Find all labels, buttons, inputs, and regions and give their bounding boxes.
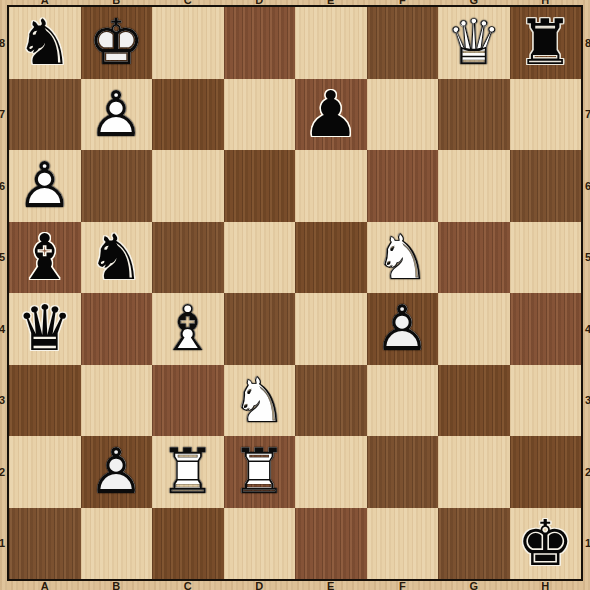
- square-f6[interactable]: [367, 150, 439, 222]
- square-b8[interactable]: ♚♔: [81, 7, 153, 79]
- square-d6[interactable]: [224, 150, 296, 222]
- square-g1[interactable]: [438, 508, 510, 580]
- square-b4[interactable]: [81, 293, 153, 365]
- piece-white-pawn[interactable]: ♟♙: [81, 436, 153, 508]
- square-a2[interactable]: [9, 436, 81, 508]
- file-label-top-b: B: [109, 0, 123, 6]
- square-e5[interactable]: [295, 222, 367, 294]
- piece-black-king[interactable]: ♚: [510, 508, 582, 580]
- white-knight-glyph-outline: ♘: [367, 222, 439, 294]
- rank-label-right-8: 8: [581, 37, 590, 49]
- rank-label-right-3: 3: [581, 394, 590, 406]
- black-rook-glyph: ♜: [510, 7, 582, 79]
- square-h5[interactable]: [510, 222, 582, 294]
- square-f1[interactable]: [367, 508, 439, 580]
- piece-black-queen[interactable]: ♛: [9, 293, 81, 365]
- rank-label-right-7: 7: [581, 108, 590, 120]
- square-e2[interactable]: [295, 436, 367, 508]
- square-a6[interactable]: ♟♙: [9, 150, 81, 222]
- black-knight-glyph: ♞: [81, 222, 153, 294]
- piece-white-pawn[interactable]: ♟♙: [81, 79, 153, 151]
- file-label-top-h: H: [538, 0, 552, 6]
- file-label-bottom-a: A: [38, 580, 52, 590]
- square-e6[interactable]: [295, 150, 367, 222]
- square-a5[interactable]: ♝: [9, 222, 81, 294]
- rank-label-left-1: 1: [0, 537, 9, 549]
- piece-white-queen[interactable]: ♛♕: [438, 7, 510, 79]
- piece-white-rook[interactable]: ♜♖: [152, 436, 224, 508]
- square-d5[interactable]: [224, 222, 296, 294]
- file-label-bottom-h: H: [538, 580, 552, 590]
- square-a4[interactable]: ♛: [9, 293, 81, 365]
- square-e4[interactable]: [295, 293, 367, 365]
- square-c5[interactable]: [152, 222, 224, 294]
- white-king-glyph-outline: ♔: [81, 7, 153, 79]
- file-label-top-d: D: [252, 0, 266, 6]
- square-h6[interactable]: [510, 150, 582, 222]
- rank-label-left-4: 4: [0, 323, 9, 335]
- rank-label-left-8: 8: [0, 37, 9, 49]
- square-e7[interactable]: ♟: [295, 79, 367, 151]
- piece-black-rook[interactable]: ♜: [510, 7, 582, 79]
- square-d8[interactable]: [224, 7, 296, 79]
- square-b7[interactable]: ♟♙: [81, 79, 153, 151]
- square-d1[interactable]: [224, 508, 296, 580]
- file-label-bottom-c: C: [181, 580, 195, 590]
- file-label-top-c: C: [181, 0, 195, 6]
- rank-label-left-2: 2: [0, 466, 9, 478]
- white-rook-glyph-outline: ♖: [224, 436, 296, 508]
- piece-white-knight[interactable]: ♞♘: [367, 222, 439, 294]
- black-queen-glyph: ♛: [9, 293, 81, 365]
- square-a7[interactable]: [9, 79, 81, 151]
- square-b5[interactable]: ♞: [81, 222, 153, 294]
- square-f7[interactable]: [367, 79, 439, 151]
- board-frame: ♞♚♔♛♕♜♟♙♟♟♙♝♞♞♘♛♝♗♟♙♞♘♟♙♜♖♜♖♚: [7, 5, 583, 581]
- file-label-top-f: F: [395, 0, 409, 6]
- square-d3[interactable]: ♞♘: [224, 365, 296, 437]
- square-g5[interactable]: [438, 222, 510, 294]
- square-h4[interactable]: [510, 293, 582, 365]
- file-label-top-g: G: [467, 0, 481, 6]
- black-knight-glyph: ♞: [9, 7, 81, 79]
- square-c4[interactable]: ♝♗: [152, 293, 224, 365]
- rank-label-right-1: 1: [581, 537, 590, 549]
- square-h7[interactable]: [510, 79, 582, 151]
- piece-black-pawn[interactable]: ♟: [295, 79, 367, 151]
- rank-label-right-2: 2: [581, 466, 590, 478]
- square-d2[interactable]: ♜♖: [224, 436, 296, 508]
- square-c3[interactable]: [152, 365, 224, 437]
- square-c8[interactable]: [152, 7, 224, 79]
- piece-black-knight[interactable]: ♞: [9, 7, 81, 79]
- square-e1[interactable]: [295, 508, 367, 580]
- piece-white-bishop[interactable]: ♝♗: [152, 293, 224, 365]
- square-f5[interactable]: ♞♘: [367, 222, 439, 294]
- square-f8[interactable]: [367, 7, 439, 79]
- chessboard-screenshot: ♞♚♔♛♕♜♟♙♟♟♙♝♞♞♘♛♝♗♟♙♞♘♟♙♜♖♜♖♚ AABBCCDDEE…: [0, 0, 590, 590]
- piece-white-knight[interactable]: ♞♘: [224, 365, 296, 437]
- piece-white-king[interactable]: ♚♔: [81, 7, 153, 79]
- black-bishop-glyph: ♝: [9, 222, 81, 294]
- square-c7[interactable]: [152, 79, 224, 151]
- square-e8[interactable]: [295, 7, 367, 79]
- black-pawn-glyph: ♟: [295, 79, 367, 151]
- file-label-top-e: E: [324, 0, 338, 6]
- piece-black-bishop[interactable]: ♝: [9, 222, 81, 294]
- square-b3[interactable]: [81, 365, 153, 437]
- file-label-bottom-g: G: [467, 580, 481, 590]
- white-pawn-glyph-outline: ♙: [9, 150, 81, 222]
- piece-black-knight[interactable]: ♞: [81, 222, 153, 294]
- square-h2[interactable]: [510, 436, 582, 508]
- rank-label-left-3: 3: [0, 394, 9, 406]
- white-queen-glyph-outline: ♕: [438, 7, 510, 79]
- square-g2[interactable]: [438, 436, 510, 508]
- white-pawn-glyph-outline: ♙: [367, 293, 439, 365]
- square-d4[interactable]: [224, 293, 296, 365]
- rank-label-left-7: 7: [0, 108, 9, 120]
- white-knight-glyph-outline: ♘: [224, 365, 296, 437]
- square-d7[interactable]: [224, 79, 296, 151]
- white-rook-glyph-outline: ♖: [152, 436, 224, 508]
- black-king-glyph: ♚: [510, 508, 582, 580]
- rank-label-left-6: 6: [0, 180, 9, 192]
- white-pawn-glyph-outline: ♙: [81, 436, 153, 508]
- square-h3[interactable]: [510, 365, 582, 437]
- square-b2[interactable]: ♟♙: [81, 436, 153, 508]
- square-b6[interactable]: [81, 150, 153, 222]
- square-c6[interactable]: [152, 150, 224, 222]
- rank-label-left-5: 5: [0, 251, 9, 263]
- square-b1[interactable]: [81, 508, 153, 580]
- square-g6[interactable]: [438, 150, 510, 222]
- file-label-bottom-d: D: [252, 580, 266, 590]
- file-label-top-a: A: [38, 0, 52, 6]
- rank-label-right-6: 6: [581, 180, 590, 192]
- square-g8[interactable]: ♛♕: [438, 7, 510, 79]
- white-pawn-glyph-outline: ♙: [81, 79, 153, 151]
- chess-board: ♞♚♔♛♕♜♟♙♟♟♙♝♞♞♘♛♝♗♟♙♞♘♟♙♜♖♜♖♚: [9, 7, 581, 579]
- square-g3[interactable]: [438, 365, 510, 437]
- square-e3[interactable]: [295, 365, 367, 437]
- square-a8[interactable]: ♞: [9, 7, 81, 79]
- white-bishop-glyph-outline: ♗: [152, 293, 224, 365]
- square-h1[interactable]: ♚: [510, 508, 582, 580]
- file-label-bottom-f: F: [395, 580, 409, 590]
- square-c2[interactable]: ♜♖: [152, 436, 224, 508]
- file-label-bottom-b: B: [109, 580, 123, 590]
- square-g4[interactable]: [438, 293, 510, 365]
- piece-white-pawn[interactable]: ♟♙: [9, 150, 81, 222]
- square-a1[interactable]: [9, 508, 81, 580]
- rank-label-right-4: 4: [581, 323, 590, 335]
- square-g7[interactable]: [438, 79, 510, 151]
- square-f3[interactable]: [367, 365, 439, 437]
- piece-white-rook[interactable]: ♜♖: [224, 436, 296, 508]
- square-a3[interactable]: [9, 365, 81, 437]
- file-label-bottom-e: E: [324, 580, 338, 590]
- square-h8[interactable]: ♜: [510, 7, 582, 79]
- piece-white-pawn[interactable]: ♟♙: [367, 293, 439, 365]
- square-c1[interactable]: [152, 508, 224, 580]
- rank-label-right-5: 5: [581, 251, 590, 263]
- square-f2[interactable]: [367, 436, 439, 508]
- square-f4[interactable]: ♟♙: [367, 293, 439, 365]
